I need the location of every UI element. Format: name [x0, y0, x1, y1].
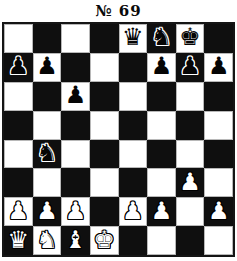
square-c7: [61, 53, 90, 82]
square-e3: [119, 168, 148, 197]
square-f6: [147, 82, 176, 111]
square-d6: [90, 82, 119, 111]
square-b5: [33, 111, 62, 140]
square-g3: ♟: [176, 168, 205, 197]
white-king: ♚: [93, 228, 115, 252]
white-queen: ♛: [8, 228, 30, 252]
chess-diagram-page: № 69 ♛♞♚♟♟♟♟♟♟♞♟♟♟♟♟♟♟♛♞♝♚: [0, 0, 237, 261]
square-h2: ♟: [204, 197, 233, 226]
square-b1: ♞: [33, 226, 62, 255]
square-c3: [61, 168, 90, 197]
black-pawn: ♟: [36, 54, 58, 78]
square-e6: [119, 82, 148, 111]
square-d1: ♚: [90, 226, 119, 255]
square-g7: ♟: [176, 53, 205, 82]
black-pawn: ♟: [8, 54, 30, 78]
square-a1: ♛: [4, 226, 33, 255]
square-h8: [204, 24, 233, 53]
square-b8: [33, 24, 62, 53]
white-pawn: ♟: [151, 199, 173, 223]
white-pawn: ♟: [8, 199, 30, 223]
square-g1: [176, 226, 205, 255]
square-h4: [204, 140, 233, 169]
white-knight: ♞: [36, 228, 58, 252]
square-f8: ♞: [147, 24, 176, 53]
square-h1: [204, 226, 233, 255]
chess-board: ♛♞♚♟♟♟♟♟♟♞♟♟♟♟♟♟♟♛♞♝♚: [2, 22, 235, 257]
square-e4: [119, 140, 148, 169]
square-a4: [4, 140, 33, 169]
square-g8: ♚: [176, 24, 205, 53]
square-d5: [90, 111, 119, 140]
white-pawn: ♟: [179, 170, 201, 194]
square-b3: [33, 168, 62, 197]
square-d7: [90, 53, 119, 82]
square-h3: [204, 168, 233, 197]
square-f4: [147, 140, 176, 169]
square-e2: ♟: [119, 197, 148, 226]
black-pawn: ♟: [151, 54, 173, 78]
square-f3: [147, 168, 176, 197]
square-h5: [204, 111, 233, 140]
square-c5: [61, 111, 90, 140]
white-pawn: ♟: [65, 199, 87, 223]
square-h7: ♟: [204, 53, 233, 82]
white-pawn: ♟: [122, 199, 144, 223]
square-a2: ♟: [4, 197, 33, 226]
black-knight: ♞: [36, 141, 58, 165]
diagram-title: № 69: [0, 0, 237, 22]
square-a7: ♟: [4, 53, 33, 82]
square-e5: [119, 111, 148, 140]
black-knight: ♞: [151, 25, 173, 49]
square-g2: [176, 197, 205, 226]
square-f7: ♟: [147, 53, 176, 82]
square-c2: ♟: [61, 197, 90, 226]
black-king: ♚: [179, 25, 201, 49]
square-g6: [176, 82, 205, 111]
square-c8: [61, 24, 90, 53]
square-d3: [90, 168, 119, 197]
square-a3: [4, 168, 33, 197]
square-c6: ♟: [61, 82, 90, 111]
square-a5: [4, 111, 33, 140]
square-f2: ♟: [147, 197, 176, 226]
square-b2: ♟: [33, 197, 62, 226]
white-pawn: ♟: [36, 199, 58, 223]
square-f5: [147, 111, 176, 140]
square-b6: [33, 82, 62, 111]
square-e1: [119, 226, 148, 255]
square-b7: ♟: [33, 53, 62, 82]
black-pawn: ♟: [208, 54, 230, 78]
square-c4: [61, 140, 90, 169]
white-bishop: ♝: [65, 228, 87, 252]
black-queen: ♛: [122, 25, 144, 49]
square-d4: [90, 140, 119, 169]
square-g4: [176, 140, 205, 169]
square-d8: [90, 24, 119, 53]
square-a8: [4, 24, 33, 53]
black-pawn: ♟: [65, 83, 87, 107]
square-h6: [204, 82, 233, 111]
square-e8: ♛: [119, 24, 148, 53]
square-d2: [90, 197, 119, 226]
square-g5: [176, 111, 205, 140]
square-b4: ♞: [33, 140, 62, 169]
square-a6: [4, 82, 33, 111]
white-pawn: ♟: [208, 199, 230, 223]
square-f1: [147, 226, 176, 255]
square-e7: [119, 53, 148, 82]
black-pawn: ♟: [179, 54, 201, 78]
square-c1: ♝: [61, 226, 90, 255]
